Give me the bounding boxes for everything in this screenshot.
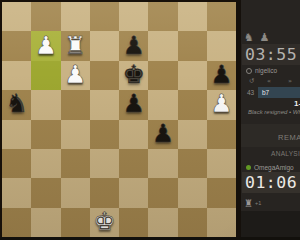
square-e1[interactable] — [119, 208, 148, 237]
square-d5[interactable] — [90, 90, 119, 119]
move-navigation: ↺ « » — [241, 77, 300, 87]
square-f5[interactable] — [148, 90, 177, 119]
square-d8[interactable] — [90, 2, 119, 31]
square-h3[interactable] — [207, 149, 236, 178]
square-h7[interactable] — [207, 31, 236, 60]
square-a7[interactable] — [2, 31, 31, 60]
move-list-row: 43 b7 — [241, 87, 300, 98]
square-f4[interactable]: ♟ — [148, 120, 177, 149]
skip-back-icon[interactable]: « — [267, 77, 271, 85]
game-status-text: Black resigned • White is victorious — [248, 109, 300, 115]
sidebar-bottom-panel — [241, 211, 300, 240]
square-g7[interactable] — [178, 31, 207, 60]
piece-bN-a5[interactable]: ♞ — [5, 91, 27, 116]
analysis-board-button[interactable]: ANALYSIS BOARD — [271, 150, 300, 157]
square-b1[interactable] — [31, 208, 60, 237]
square-b6[interactable] — [31, 61, 60, 90]
square-f2[interactable] — [148, 178, 177, 207]
piece-wP-b7[interactable]: ♟ — [35, 33, 57, 58]
black-clock: 03:55 — [242, 44, 300, 65]
white-clock: 01:06 — [242, 172, 300, 193]
square-c7[interactable]: ♜ — [61, 31, 90, 60]
square-a6[interactable] — [2, 61, 31, 90]
square-b8[interactable] — [31, 2, 60, 31]
piece-wP-c6[interactable]: ♟ — [64, 62, 86, 87]
rematch-button-label: REMATCH — [278, 133, 300, 142]
piece-bP-e5[interactable]: ♟ — [122, 91, 144, 116]
skip-forward-icon[interactable]: » — [288, 77, 292, 85]
square-g6[interactable] — [178, 61, 207, 90]
square-a4[interactable] — [2, 120, 31, 149]
black-player-name[interactable]: nigelico — [255, 67, 277, 74]
piece-bP-f4[interactable]: ♟ — [152, 121, 174, 146]
square-f7[interactable] — [148, 31, 177, 60]
white-player-row[interactable]: OmegaAmigo — [246, 163, 294, 172]
material-advantage-row: ♜ +1 — [244, 197, 261, 209]
captured-pawn-icon: ♟ — [259, 31, 270, 44]
square-a5[interactable]: ♞ — [2, 90, 31, 119]
square-c5[interactable] — [61, 90, 90, 119]
chess-board[interactable]: ♟♜♟♟♚♟♞♟♟♟♚ — [2, 2, 236, 237]
square-d2[interactable] — [90, 178, 119, 207]
square-e5[interactable]: ♟ — [119, 90, 148, 119]
piece-bK-e6[interactable]: ♚ — [122, 62, 144, 87]
replay-icon[interactable]: ↺ — [249, 77, 254, 85]
square-b2[interactable] — [31, 178, 60, 207]
square-c4[interactable] — [61, 120, 90, 149]
square-c3[interactable] — [61, 149, 90, 178]
captured-pieces-top: ♞ ♟ — [244, 31, 270, 44]
piece-wP-h5[interactable]: ♟ — [210, 91, 232, 116]
game-sidebar: ♞ ♟ 03:55 nigelico ↺ « » 43 b7 1-0 Black… — [241, 0, 300, 240]
square-g4[interactable] — [178, 120, 207, 149]
square-c8[interactable] — [61, 2, 90, 31]
square-g1[interactable] — [178, 208, 207, 237]
captured-rook-icon: ♜ — [244, 198, 253, 209]
square-e3[interactable] — [119, 149, 148, 178]
square-f8[interactable] — [148, 2, 177, 31]
game-result: 1-0 — [294, 99, 300, 108]
square-f1[interactable] — [148, 208, 177, 237]
square-h8[interactable] — [207, 2, 236, 31]
square-h5[interactable]: ♟ — [207, 90, 236, 119]
square-b7[interactable]: ♟ — [31, 31, 60, 60]
square-g8[interactable] — [178, 2, 207, 31]
square-h4[interactable] — [207, 120, 236, 149]
current-move[interactable]: b7 — [258, 87, 300, 98]
piece-bP-e7[interactable]: ♟ — [122, 33, 144, 58]
square-e8[interactable] — [119, 2, 148, 31]
square-g3[interactable] — [178, 149, 207, 178]
material-advantage-value: +1 — [255, 200, 261, 206]
square-e7[interactable]: ♟ — [119, 31, 148, 60]
square-h6[interactable]: ♟ — [207, 61, 236, 90]
square-d4[interactable] — [90, 120, 119, 149]
square-a3[interactable] — [2, 149, 31, 178]
piece-wK-d1[interactable]: ♚ — [93, 209, 115, 234]
piece-wR-c7[interactable]: ♜ — [64, 33, 86, 58]
square-a2[interactable] — [2, 178, 31, 207]
square-g5[interactable] — [178, 90, 207, 119]
square-d1[interactable]: ♚ — [90, 208, 119, 237]
square-h1[interactable] — [207, 208, 236, 237]
square-c6[interactable]: ♟ — [61, 61, 90, 90]
square-b3[interactable] — [31, 149, 60, 178]
square-e6[interactable]: ♚ — [119, 61, 148, 90]
online-status-icon — [246, 165, 251, 170]
square-f6[interactable] — [148, 61, 177, 90]
square-a1[interactable] — [2, 208, 31, 237]
rematch-button[interactable]: REMATCH — [241, 124, 300, 147]
square-b5[interactable] — [31, 90, 60, 119]
move-number: 43 — [247, 89, 254, 96]
square-h2[interactable] — [207, 178, 236, 207]
square-e4[interactable] — [119, 120, 148, 149]
offline-status-icon — [246, 68, 252, 74]
white-player-name[interactable]: OmegaAmigo — [254, 164, 294, 171]
square-d7[interactable] — [90, 31, 119, 60]
square-b4[interactable] — [31, 120, 60, 149]
black-player-row[interactable]: nigelico — [246, 66, 277, 75]
piece-bP-h6[interactable]: ♟ — [210, 62, 232, 87]
square-f3[interactable] — [148, 149, 177, 178]
square-a8[interactable] — [2, 2, 31, 31]
captured-knight-icon: ♞ — [244, 31, 255, 44]
square-c1[interactable] — [61, 208, 90, 237]
square-d3[interactable] — [90, 149, 119, 178]
square-e2[interactable] — [119, 178, 148, 207]
square-c2[interactable] — [61, 178, 90, 207]
lichess-game-page: ♟♜♟♟♚♟♞♟♟♟♚ ♞ ♟ 03:55 nigelico ↺ « » 43 … — [0, 0, 300, 240]
square-g2[interactable] — [178, 178, 207, 207]
square-d6[interactable] — [90, 61, 119, 90]
